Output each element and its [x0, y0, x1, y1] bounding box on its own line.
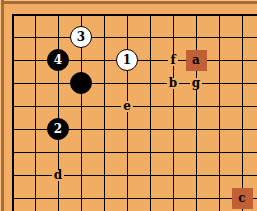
- board-frame-top-edge: [0, 0, 257, 4]
- stone-white-1-cell: 1: [116, 49, 139, 72]
- point-c: c: [231, 187, 254, 210]
- stone-black-4-cell: 4: [47, 49, 70, 72]
- point-f: f: [162, 49, 185, 72]
- stone-black-2: 2: [47, 118, 69, 140]
- board-frame-left-edge: [0, 0, 4, 211]
- point-b: b: [162, 72, 185, 95]
- point-label-a: a: [190, 55, 202, 66]
- stone-white-3: 3: [70, 26, 92, 48]
- go-board-diagram: fabgedc3412: [0, 0, 257, 211]
- point-a: a: [185, 49, 208, 72]
- point-label-d: d: [52, 170, 64, 181]
- point-label-b: b: [167, 78, 179, 89]
- stone-black-cell: [70, 72, 93, 95]
- point-label-c: c: [236, 193, 247, 204]
- point-d: d: [47, 164, 70, 187]
- stone-black-4: 4: [47, 49, 69, 71]
- board-grid: fabgedc3412: [1, 3, 254, 210]
- point-label-g: g: [190, 78, 202, 89]
- stone-black: [70, 72, 92, 94]
- point-label-e: e: [121, 101, 133, 112]
- stone-white-1: 1: [116, 49, 138, 71]
- stone-white-3-cell: 3: [70, 26, 93, 49]
- point-e: e: [116, 95, 139, 118]
- point-g: g: [185, 72, 208, 95]
- stone-black-2-cell: 2: [47, 118, 70, 141]
- point-label-f: f: [168, 55, 177, 66]
